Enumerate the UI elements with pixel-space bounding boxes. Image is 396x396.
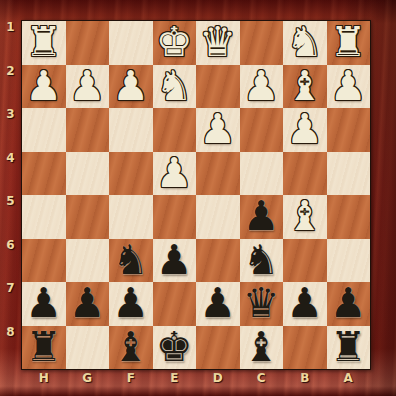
square-g4[interactable] — [66, 152, 110, 196]
square-a3[interactable] — [327, 108, 371, 152]
square-b8[interactable] — [283, 326, 327, 370]
square-c5[interactable]: ♟ — [240, 195, 284, 239]
square-h7[interactable]: ♟ — [22, 282, 66, 326]
square-e7[interactable] — [153, 282, 197, 326]
square-b7[interactable]: ♟ — [283, 282, 327, 326]
rank-label-5: 5 — [0, 194, 21, 238]
square-d6[interactable] — [196, 239, 240, 283]
square-c1[interactable] — [240, 21, 284, 65]
piece-white-pawn-e4[interactable]: ♟ — [156, 152, 193, 196]
piece-black-king-e8[interactable]: ♚ — [156, 326, 193, 370]
square-c4[interactable] — [240, 152, 284, 196]
square-e4[interactable]: ♟ — [153, 152, 197, 196]
file-label-F: F — [109, 371, 153, 393]
piece-white-pawn-d3[interactable]: ♟ — [199, 108, 236, 152]
square-a1[interactable]: ♜ — [327, 21, 371, 65]
square-e1[interactable]: ♚ — [153, 21, 197, 65]
rank-label-6: 6 — [0, 238, 21, 282]
piece-white-bishop-b2[interactable]: ♝ — [286, 65, 323, 109]
square-f5[interactable] — [109, 195, 153, 239]
piece-white-pawn-a2[interactable]: ♟ — [330, 65, 367, 109]
square-h6[interactable] — [22, 239, 66, 283]
file-label-G: G — [66, 371, 110, 393]
square-a7[interactable]: ♟ — [327, 282, 371, 326]
piece-white-pawn-h2[interactable]: ♟ — [25, 65, 62, 109]
piece-black-bishop-f8[interactable]: ♝ — [112, 326, 149, 370]
piece-black-pawn-a7[interactable]: ♟ — [330, 282, 367, 326]
file-label-D: D — [196, 371, 240, 393]
square-d4[interactable] — [196, 152, 240, 196]
rank-label-1: 1 — [0, 20, 21, 64]
piece-black-pawn-b7[interactable]: ♟ — [286, 282, 323, 326]
square-c7[interactable]: ♛ — [240, 282, 284, 326]
piece-black-pawn-d7[interactable]: ♟ — [199, 282, 236, 326]
square-g8[interactable] — [66, 326, 110, 370]
square-g7[interactable]: ♟ — [66, 282, 110, 326]
square-d3[interactable]: ♟ — [196, 108, 240, 152]
piece-black-bishop-c8[interactable]: ♝ — [243, 326, 280, 370]
square-f3[interactable] — [109, 108, 153, 152]
piece-white-knight-e2[interactable]: ♞ — [156, 65, 193, 109]
square-d8[interactable] — [196, 326, 240, 370]
chess-board: ♜♚♛♞♜♟♟♟♞♟♝♟♟♟♟♟♝♞♟♞♟♟♟♟♛♟♟♜♝♚♝♜ — [21, 20, 371, 370]
square-f2[interactable]: ♟ — [109, 65, 153, 109]
piece-white-bishop-b5[interactable]: ♝ — [286, 195, 323, 239]
square-h5[interactable] — [22, 195, 66, 239]
square-f4[interactable] — [109, 152, 153, 196]
piece-white-queen-d1[interactable]: ♛ — [199, 21, 236, 65]
piece-white-rook-a1[interactable]: ♜ — [330, 21, 367, 65]
square-h2[interactable]: ♟ — [22, 65, 66, 109]
piece-white-knight-b1[interactable]: ♞ — [286, 21, 323, 65]
square-f7[interactable]: ♟ — [109, 282, 153, 326]
piece-black-pawn-f7[interactable]: ♟ — [112, 282, 149, 326]
file-label-C: C — [240, 371, 284, 393]
file-label-B: B — [283, 371, 327, 393]
square-c8[interactable]: ♝ — [240, 326, 284, 370]
piece-black-rook-h8[interactable]: ♜ — [25, 326, 62, 370]
rank-label-3: 3 — [0, 107, 21, 151]
piece-white-pawn-f2[interactable]: ♟ — [112, 65, 149, 109]
file-label-A: A — [327, 371, 371, 393]
piece-black-pawn-g7[interactable]: ♟ — [69, 282, 106, 326]
square-h4[interactable] — [22, 152, 66, 196]
square-g2[interactable]: ♟ — [66, 65, 110, 109]
square-e3[interactable] — [153, 108, 197, 152]
square-a4[interactable] — [327, 152, 371, 196]
square-e6[interactable]: ♟ — [153, 239, 197, 283]
square-b6[interactable] — [283, 239, 327, 283]
square-h1[interactable]: ♜ — [22, 21, 66, 65]
square-f1[interactable] — [109, 21, 153, 65]
piece-black-queen-c7[interactable]: ♛ — [243, 282, 280, 326]
square-f8[interactable]: ♝ — [109, 326, 153, 370]
piece-white-king-e1[interactable]: ♚ — [156, 21, 193, 65]
square-e2[interactable]: ♞ — [153, 65, 197, 109]
square-h8[interactable]: ♜ — [22, 326, 66, 370]
piece-black-pawn-c5[interactable]: ♟ — [243, 195, 280, 239]
square-c6[interactable]: ♞ — [240, 239, 284, 283]
square-d5[interactable] — [196, 195, 240, 239]
square-b1[interactable]: ♞ — [283, 21, 327, 65]
square-a8[interactable]: ♜ — [327, 326, 371, 370]
piece-white-pawn-g2[interactable]: ♟ — [69, 65, 106, 109]
piece-white-rook-h1[interactable]: ♜ — [25, 21, 62, 65]
piece-black-knight-f6[interactable]: ♞ — [112, 239, 149, 283]
square-b2[interactable]: ♝ — [283, 65, 327, 109]
square-d1[interactable]: ♛ — [196, 21, 240, 65]
square-g3[interactable] — [66, 108, 110, 152]
square-b5[interactable]: ♝ — [283, 195, 327, 239]
square-e8[interactable]: ♚ — [153, 326, 197, 370]
square-a2[interactable]: ♟ — [327, 65, 371, 109]
square-d2[interactable] — [196, 65, 240, 109]
rank-label-8: 8 — [0, 325, 21, 369]
chess-board-frame: 12345678 HGFEDCBA ♜♚♛♞♜♟♟♟♞♟♝♟♟♟♟♟♝♞♟♞♟♟… — [0, 0, 396, 396]
square-g5[interactable] — [66, 195, 110, 239]
square-e5[interactable] — [153, 195, 197, 239]
square-g1[interactable] — [66, 21, 110, 65]
square-c2[interactable]: ♟ — [240, 65, 284, 109]
square-a6[interactable] — [327, 239, 371, 283]
piece-black-knight-c6[interactable]: ♞ — [243, 239, 280, 283]
file-label-E: E — [153, 371, 197, 393]
rank-label-7: 7 — [0, 281, 21, 325]
piece-black-pawn-e6[interactable]: ♟ — [156, 239, 193, 283]
square-b3[interactable]: ♟ — [283, 108, 327, 152]
square-h3[interactable] — [22, 108, 66, 152]
square-b4[interactable] — [283, 152, 327, 196]
square-c3[interactable] — [240, 108, 284, 152]
square-d7[interactable]: ♟ — [196, 282, 240, 326]
piece-white-pawn-b3[interactable]: ♟ — [286, 108, 323, 152]
square-f6[interactable]: ♞ — [109, 239, 153, 283]
rank-label-4: 4 — [0, 151, 21, 195]
square-g6[interactable] — [66, 239, 110, 283]
piece-black-rook-a8[interactable]: ♜ — [330, 326, 367, 370]
rank-label-2: 2 — [0, 64, 21, 108]
square-a5[interactable] — [327, 195, 371, 239]
file-label-H: H — [22, 371, 66, 393]
piece-black-pawn-h7[interactable]: ♟ — [25, 282, 62, 326]
piece-white-pawn-c2[interactable]: ♟ — [243, 65, 280, 109]
